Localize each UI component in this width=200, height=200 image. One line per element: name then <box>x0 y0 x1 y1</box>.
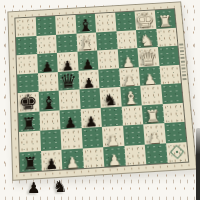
square-a6[interactable] <box>55 15 76 34</box>
square-c2[interactable]: ♛ <box>137 47 159 67</box>
square-a5[interactable]: ♝ <box>75 14 96 33</box>
square-c7[interactable]: ♟ <box>37 53 58 73</box>
square-h4[interactable]: ♟ <box>103 145 125 166</box>
square-e3[interactable]: ♝ <box>120 86 142 106</box>
square-e5[interactable] <box>79 88 101 108</box>
square-e2[interactable] <box>140 84 162 104</box>
square-h1[interactable] <box>166 142 189 163</box>
square-g3[interactable] <box>123 124 145 145</box>
square-h2[interactable] <box>145 143 167 164</box>
black-pawn[interactable]: ♟ <box>45 156 58 171</box>
square-b4[interactable] <box>96 31 117 51</box>
square-h7[interactable]: ♟ <box>41 149 63 170</box>
square-d7[interactable] <box>37 72 58 92</box>
black-queen[interactable]: ♛ <box>59 71 78 92</box>
brand-logo <box>170 145 184 160</box>
square-f1[interactable] <box>162 102 184 123</box>
square-e4[interactable]: ♞ <box>99 87 121 107</box>
square-g2[interactable]: ♟ <box>143 123 165 144</box>
square-f6[interactable]: ♟ <box>60 109 82 130</box>
square-d1[interactable] <box>159 64 181 84</box>
square-a8[interactable] <box>15 17 36 36</box>
square-h3[interactable] <box>124 144 146 165</box>
white-pawn[interactable]: ♟ <box>108 152 122 167</box>
square-d2[interactable]: ♟ <box>139 66 161 86</box>
square-b5[interactable]: ♝ <box>76 32 97 52</box>
square-d5[interactable]: ♟ <box>78 69 99 89</box>
square-f2[interactable]: ♜ <box>142 104 164 125</box>
square-e1[interactable] <box>161 83 183 103</box>
square-g6[interactable] <box>60 128 82 149</box>
square-c3[interactable]: ♟ <box>117 48 139 68</box>
black-rook[interactable]: ♜ <box>23 155 38 172</box>
black-king[interactable]: ♚ <box>19 91 39 113</box>
square-a2[interactable]: ♚ <box>135 10 156 29</box>
square-g1[interactable] <box>164 122 186 143</box>
square-d6[interactable]: ♛ <box>58 70 79 90</box>
square-b6[interactable] <box>56 33 77 53</box>
square-h5[interactable] <box>82 147 104 168</box>
square-f4[interactable] <box>101 106 123 127</box>
square-c1[interactable] <box>157 46 179 66</box>
square-a7[interactable] <box>35 16 56 35</box>
square-e8[interactable]: ♚ <box>18 92 39 113</box>
square-f3[interactable] <box>121 105 143 126</box>
square-a3[interactable] <box>115 12 136 31</box>
square-f8[interactable]: ♜ <box>18 111 39 132</box>
white-pawn[interactable]: ♟ <box>66 155 80 170</box>
white-queen[interactable]: ♛ <box>139 47 158 67</box>
right-edge-shadow <box>196 128 200 200</box>
square-c4[interactable] <box>97 49 118 69</box>
square-a4[interactable] <box>95 13 116 32</box>
square-h8[interactable]: ♜ <box>20 151 42 172</box>
square-g7[interactable] <box>40 129 62 150</box>
square-d3[interactable]: ♟ <box>119 67 141 87</box>
square-d4[interactable] <box>98 68 120 88</box>
square-b3[interactable] <box>116 30 137 50</box>
square-g8[interactable] <box>19 131 41 152</box>
square-h6[interactable]: ♟ <box>61 148 83 169</box>
square-e6[interactable] <box>59 89 80 110</box>
square-g4[interactable]: ♟ <box>102 126 124 147</box>
square-a1[interactable]: ♜ <box>154 9 175 28</box>
square-b1[interactable] <box>156 27 178 47</box>
square-b7[interactable] <box>36 34 57 54</box>
square-g5[interactable] <box>81 127 103 148</box>
photo-of-chess-board: ♝♚♜♝♞♟♟♟♟♛♛♟♟♟♚♝♞♝♜♟♟♜♟♟♜♟♟♟ ♟♞ <box>0 0 200 200</box>
board-grid: ♝♚♜♝♞♟♟♟♟♛♛♟♟♟♚♝♞♝♜♟♟♜♟♟♜♟♟♟ <box>15 9 188 172</box>
square-f5[interactable]: ♟ <box>80 107 102 128</box>
square-f7[interactable] <box>39 110 61 131</box>
photo-scene: ♝♚♜♝♞♟♟♟♟♛♛♟♟♟♚♝♞♝♜♟♟♜♟♟♜♟♟♟ ♟♞ <box>0 0 200 200</box>
square-b8[interactable] <box>16 36 37 56</box>
captured-black-pawn[interactable]: ♟ <box>27 181 40 200</box>
square-e7[interactable]: ♝ <box>38 91 59 112</box>
white-king[interactable]: ♚ <box>135 10 155 31</box>
chess-board: ♝♚♜♝♞♟♟♟♟♛♛♟♟♟♚♝♞♝♜♟♟♜♟♟♜♟♟♟ <box>7 1 197 180</box>
captured-black-knight[interactable]: ♞ <box>53 179 67 200</box>
square-c8[interactable] <box>17 54 38 74</box>
square-c5[interactable]: ♟ <box>77 50 98 70</box>
